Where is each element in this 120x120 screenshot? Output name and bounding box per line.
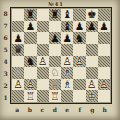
rank-label-3: 3 bbox=[2, 67, 9, 79]
square-c8 bbox=[37, 9, 49, 21]
piece-black-pawn: ♟ bbox=[26, 21, 35, 32]
file-label-h: h bbox=[99, 105, 112, 114]
file-label-a: a bbox=[11, 105, 24, 114]
square-g3 bbox=[86, 67, 98, 79]
square-e4: ♙ bbox=[61, 56, 73, 68]
square-e8: ♝ bbox=[61, 9, 73, 21]
square-a8 bbox=[12, 9, 24, 21]
square-e1 bbox=[61, 90, 73, 102]
square-g4 bbox=[86, 56, 98, 68]
rank-label-2: 2 bbox=[2, 79, 9, 91]
piece-black-pawn: ♟ bbox=[50, 32, 59, 43]
piece-white-rook: ♖ bbox=[26, 90, 35, 101]
square-h7: ♟ bbox=[98, 21, 110, 33]
square-h6 bbox=[98, 32, 110, 44]
square-d5 bbox=[49, 44, 61, 56]
square-h2: ♙ bbox=[98, 79, 110, 91]
square-g6 bbox=[86, 32, 98, 44]
piece-white-bishop: ♗ bbox=[62, 67, 71, 78]
square-e2: ♗ bbox=[61, 79, 73, 91]
rank-label-6: 6 bbox=[2, 32, 9, 44]
square-b6 bbox=[24, 32, 36, 44]
piece-white-queen: ♕ bbox=[50, 79, 59, 90]
file-label-e: e bbox=[61, 105, 74, 114]
square-e5 bbox=[61, 44, 73, 56]
square-d2: ♕ bbox=[49, 79, 61, 91]
file-label-g: g bbox=[86, 105, 99, 114]
square-c1 bbox=[37, 90, 49, 102]
piece-black-pawn: ♟ bbox=[13, 32, 22, 43]
rank-labels: 87654321 bbox=[2, 8, 9, 103]
square-c6 bbox=[37, 32, 49, 44]
square-d3: ♘ bbox=[49, 67, 61, 79]
piece-black-pawn: ♟ bbox=[99, 21, 108, 32]
square-f8 bbox=[73, 9, 85, 21]
square-g5 bbox=[86, 44, 98, 56]
square-a5: ♛ bbox=[12, 44, 24, 56]
square-b4: ♞ bbox=[24, 56, 36, 68]
square-d4 bbox=[49, 56, 61, 68]
square-c3 bbox=[37, 67, 49, 79]
square-c2 bbox=[37, 79, 49, 91]
piece-white-pawn: ♙ bbox=[75, 56, 84, 67]
piece-white-pawn: ♙ bbox=[13, 79, 22, 90]
file-label-f: f bbox=[74, 105, 87, 114]
piece-black-rook: ♜ bbox=[50, 9, 59, 20]
square-a3: ♘ bbox=[12, 67, 24, 79]
square-h1 bbox=[98, 90, 110, 102]
piece-white-rook: ♖ bbox=[50, 90, 59, 101]
square-f2 bbox=[73, 79, 85, 91]
square-b1: ♖ bbox=[24, 90, 36, 102]
piece-black-pawn: ♟ bbox=[75, 21, 84, 32]
square-b3 bbox=[24, 67, 36, 79]
piece-black-knight: ♞ bbox=[75, 32, 84, 43]
rank-label-4: 4 bbox=[2, 56, 9, 68]
square-g7: ♟ bbox=[86, 21, 98, 33]
square-f5 bbox=[73, 44, 85, 56]
piece-white-pawn: ♙ bbox=[62, 56, 71, 67]
square-c5 bbox=[37, 44, 49, 56]
file-label-b: b bbox=[24, 105, 37, 114]
piece-white-pawn: ♙ bbox=[26, 79, 35, 90]
square-h5 bbox=[98, 44, 110, 56]
file-label-c: c bbox=[36, 105, 49, 114]
square-b2: ♙ bbox=[24, 79, 36, 91]
square-a7 bbox=[12, 21, 24, 33]
square-a4 bbox=[12, 56, 24, 68]
chess-diagram-page: №41 87654321 ♜♜♝♚♟♝♟♟♟♟♟♟♞♛♞♙♙♙♘♘♗♙♙♕♗♙♙… bbox=[0, 0, 120, 120]
square-c4: ♙ bbox=[37, 56, 49, 68]
chessboard: ♜♜♝♚♟♝♟♟♟♟♟♟♞♛♞♙♙♙♘♘♗♙♙♕♗♙♙♖♖♔ bbox=[11, 8, 111, 103]
rank-label-8: 8 bbox=[2, 8, 9, 20]
piece-black-knight: ♞ bbox=[26, 56, 35, 67]
square-g8: ♚ bbox=[86, 9, 98, 21]
square-f3 bbox=[73, 67, 85, 79]
piece-black-bishop: ♝ bbox=[62, 9, 71, 20]
square-d6: ♟ bbox=[49, 32, 61, 44]
file-label-d: d bbox=[49, 105, 62, 114]
square-c7 bbox=[37, 21, 49, 33]
square-h4 bbox=[98, 56, 110, 68]
piece-white-pawn: ♙ bbox=[87, 79, 96, 90]
square-f4: ♙ bbox=[73, 56, 85, 68]
square-g1: ♔ bbox=[86, 90, 98, 102]
square-f1 bbox=[73, 90, 85, 102]
square-e3: ♗ bbox=[61, 67, 73, 79]
piece-black-pawn: ♟ bbox=[87, 21, 96, 32]
piece-white-pawn: ♙ bbox=[99, 79, 108, 90]
rank-label-5: 5 bbox=[2, 44, 9, 56]
piece-black-bishop: ♝ bbox=[62, 21, 71, 32]
square-d1: ♖ bbox=[49, 90, 61, 102]
square-e6: ♟ bbox=[61, 32, 73, 44]
square-d8: ♜ bbox=[49, 9, 61, 21]
piece-white-pawn: ♙ bbox=[38, 56, 47, 67]
square-d7 bbox=[49, 21, 61, 33]
square-f6: ♞ bbox=[73, 32, 85, 44]
piece-black-rook: ♜ bbox=[26, 9, 35, 20]
piece-white-bishop: ♗ bbox=[62, 79, 71, 90]
square-f7: ♟ bbox=[73, 21, 85, 33]
square-h8 bbox=[98, 9, 110, 21]
square-g2: ♙ bbox=[86, 79, 98, 91]
piece-black-pawn: ♟ bbox=[62, 32, 71, 43]
piece-white-knight: ♘ bbox=[13, 67, 22, 78]
square-b7: ♟ bbox=[24, 21, 36, 33]
square-h3 bbox=[98, 67, 110, 79]
rank-label-1: 1 bbox=[2, 91, 9, 103]
square-b8: ♜ bbox=[24, 9, 36, 21]
square-a6: ♟ bbox=[12, 32, 24, 44]
piece-white-king: ♔ bbox=[87, 90, 96, 101]
diagram-number-caption: №41 bbox=[0, 1, 112, 7]
piece-white-knight: ♘ bbox=[50, 67, 59, 78]
piece-black-queen: ♛ bbox=[13, 44, 22, 55]
square-a2: ♙ bbox=[12, 79, 24, 91]
rank-label-7: 7 bbox=[2, 20, 9, 32]
square-e7: ♝ bbox=[61, 21, 73, 33]
square-b5 bbox=[24, 44, 36, 56]
piece-black-king: ♚ bbox=[87, 9, 96, 20]
file-labels: abcdefgh bbox=[11, 105, 111, 114]
square-a1 bbox=[12, 90, 24, 102]
